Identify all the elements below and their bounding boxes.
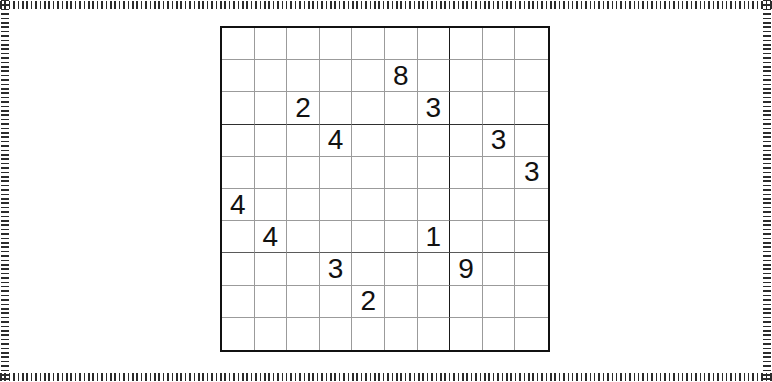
frame-stripe-bottom xyxy=(0,373,772,381)
grid-cell[interactable] xyxy=(287,221,320,253)
grid-cell-clue: 2 xyxy=(287,92,320,124)
grid-cell[interactable] xyxy=(255,92,288,124)
grid-cell[interactable] xyxy=(385,28,418,60)
grid-cell[interactable] xyxy=(385,125,418,157)
grid-cell[interactable] xyxy=(320,28,353,60)
grid-cell[interactable] xyxy=(483,92,516,124)
grid-cell[interactable] xyxy=(515,60,548,92)
grid-cell[interactable] xyxy=(222,125,255,157)
frame-stripe-left xyxy=(1,0,9,382)
grid-cell[interactable] xyxy=(483,189,516,221)
grid-cell[interactable] xyxy=(385,253,418,285)
grid-cell[interactable] xyxy=(483,60,516,92)
grid-cell-clue: 3 xyxy=(483,125,516,157)
grid-cell[interactable] xyxy=(352,318,385,350)
grid-cell[interactable] xyxy=(483,221,516,253)
grid-cell[interactable] xyxy=(352,92,385,124)
grid-cell[interactable] xyxy=(450,157,483,189)
grid-cell[interactable] xyxy=(450,125,483,157)
grid-cell[interactable] xyxy=(320,60,353,92)
grid-cell[interactable] xyxy=(418,286,451,318)
grid-cell-clue: 3 xyxy=(320,253,353,285)
grid-cell[interactable] xyxy=(385,221,418,253)
grid-cell[interactable] xyxy=(450,221,483,253)
grid-cell[interactable] xyxy=(515,92,548,124)
grid-cell[interactable] xyxy=(255,189,288,221)
grid-cell-clue: 2 xyxy=(352,286,385,318)
grid-cell[interactable] xyxy=(320,157,353,189)
grid-cell[interactable] xyxy=(287,189,320,221)
grid-cell[interactable] xyxy=(320,189,353,221)
grid-cell[interactable] xyxy=(515,286,548,318)
grid-cell[interactable] xyxy=(287,286,320,318)
grid-cell[interactable] xyxy=(222,60,255,92)
grid-cell[interactable] xyxy=(255,253,288,285)
frame-stripe-top xyxy=(0,1,772,9)
grid-cell[interactable] xyxy=(255,157,288,189)
grid-cell[interactable] xyxy=(483,157,516,189)
grid-cell[interactable] xyxy=(287,253,320,285)
grid-cell[interactable] xyxy=(255,318,288,350)
grid-cell[interactable] xyxy=(222,221,255,253)
grid-cell[interactable] xyxy=(222,253,255,285)
grid-cell[interactable] xyxy=(287,28,320,60)
grid-cell[interactable] xyxy=(287,125,320,157)
grid-cell[interactable] xyxy=(483,318,516,350)
puzzle-page: { "game": "10x10 number-clue grid logic … xyxy=(0,0,772,382)
grid-cell[interactable] xyxy=(450,92,483,124)
grid-cell[interactable] xyxy=(450,28,483,60)
grid-cell[interactable] xyxy=(385,189,418,221)
grid-cell-clue: 9 xyxy=(450,253,483,285)
grid-cell[interactable] xyxy=(450,189,483,221)
grid-cell[interactable] xyxy=(418,253,451,285)
grid-cell[interactable] xyxy=(320,92,353,124)
grid-cell-clue: 4 xyxy=(222,189,255,221)
grid-cell[interactable] xyxy=(418,125,451,157)
grid-cell[interactable] xyxy=(515,189,548,221)
grid-cell[interactable] xyxy=(418,60,451,92)
frame-stripe-right xyxy=(763,0,771,382)
grid-cell-clue: 3 xyxy=(418,92,451,124)
grid-cell[interactable] xyxy=(515,318,548,350)
grid-cell[interactable] xyxy=(287,157,320,189)
grid-cell[interactable] xyxy=(352,60,385,92)
grid-cell[interactable] xyxy=(222,92,255,124)
grid-cell[interactable] xyxy=(385,92,418,124)
grid-cell[interactable] xyxy=(255,286,288,318)
grid-cell[interactable] xyxy=(255,125,288,157)
grid-cell[interactable] xyxy=(515,28,548,60)
grid-cell[interactable] xyxy=(320,318,353,350)
grid-cell-clue: 4 xyxy=(255,221,288,253)
grid-cell[interactable] xyxy=(418,189,451,221)
grid-cell[interactable] xyxy=(515,125,548,157)
grid-cell[interactable] xyxy=(450,286,483,318)
grid-cell[interactable] xyxy=(352,28,385,60)
grid-cell[interactable] xyxy=(287,60,320,92)
grid-cell[interactable] xyxy=(222,318,255,350)
grid-cell[interactable] xyxy=(483,286,516,318)
grid-cell[interactable] xyxy=(352,221,385,253)
puzzle-grid: 823433441392 xyxy=(220,26,550,352)
grid-cell[interactable] xyxy=(222,286,255,318)
grid-cell[interactable] xyxy=(450,318,483,350)
grid-cell[interactable] xyxy=(385,286,418,318)
grid-cell-clue: 8 xyxy=(385,60,418,92)
grid-cell[interactable] xyxy=(352,253,385,285)
grid-cell[interactable] xyxy=(483,253,516,285)
grid-cell[interactable] xyxy=(352,189,385,221)
grid-cell[interactable] xyxy=(450,60,483,92)
grid-cell[interactable] xyxy=(418,28,451,60)
grid-cell[interactable] xyxy=(483,28,516,60)
grid-cell[interactable] xyxy=(287,318,320,350)
grid-cell-clue: 1 xyxy=(418,221,451,253)
grid-cell[interactable] xyxy=(222,157,255,189)
grid-cell[interactable] xyxy=(352,157,385,189)
grid-cell[interactable] xyxy=(255,60,288,92)
grid-cell[interactable] xyxy=(320,221,353,253)
grid-cell[interactable] xyxy=(385,318,418,350)
grid-cell[interactable] xyxy=(222,28,255,60)
grid-cell[interactable] xyxy=(515,221,548,253)
grid-cell[interactable] xyxy=(418,318,451,350)
grid-cell[interactable] xyxy=(385,157,418,189)
grid-cell-clue: 4 xyxy=(320,125,353,157)
grid-cell[interactable] xyxy=(255,28,288,60)
grid-cell[interactable] xyxy=(320,286,353,318)
grid-cell[interactable] xyxy=(515,253,548,285)
grid-cell[interactable] xyxy=(352,125,385,157)
grid-cell-clue: 3 xyxy=(515,157,548,189)
grid-cell[interactable] xyxy=(418,157,451,189)
